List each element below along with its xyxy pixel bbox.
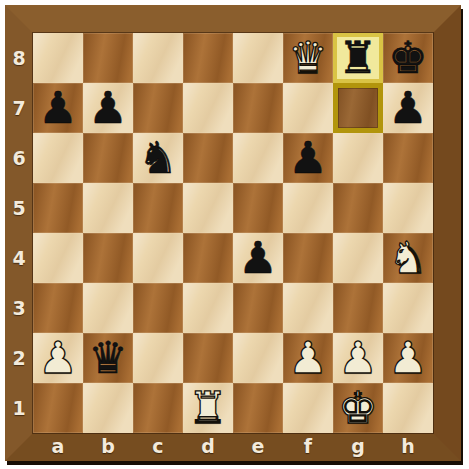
white-queen[interactable]: ♛ (288, 33, 327, 83)
square-d2[interactable] (183, 333, 233, 383)
square-d4[interactable] (183, 233, 233, 283)
square-d5[interactable] (183, 183, 233, 233)
white-knight[interactable]: ♞ (388, 233, 427, 283)
square-a2[interactable]: ♟ (33, 333, 83, 383)
square-h1[interactable] (383, 383, 433, 433)
square-e1[interactable] (233, 383, 283, 433)
black-queen[interactable]: ♛ (88, 333, 127, 383)
rank-label-5: 5 (5, 183, 33, 233)
square-a7[interactable]: ♟ (33, 83, 83, 133)
white-king[interactable]: ♚ (338, 383, 377, 433)
square-h2[interactable]: ♟ (383, 333, 433, 383)
square-e6[interactable] (233, 133, 283, 183)
square-f5[interactable] (283, 183, 333, 233)
square-h5[interactable] (383, 183, 433, 233)
square-e5[interactable] (233, 183, 283, 233)
square-g5[interactable] (333, 183, 383, 233)
square-b4[interactable] (83, 233, 133, 283)
white-pawn[interactable]: ♟ (288, 333, 327, 383)
square-b3[interactable] (83, 283, 133, 333)
square-h8[interactable]: ♚ (383, 33, 433, 83)
square-c1[interactable] (133, 383, 183, 433)
file-label-a: a (33, 433, 83, 461)
chess-board-frame: ♛♜♚♟♟♟♞♟♟♞♟♛♟♟♟♜♚ 87654321 abcdefgh (5, 5, 461, 461)
square-g6[interactable] (333, 133, 383, 183)
file-label-h: h (383, 433, 433, 461)
square-b5[interactable] (83, 183, 133, 233)
square-f1[interactable] (283, 383, 333, 433)
square-f8[interactable]: ♛ (283, 33, 333, 83)
square-g7[interactable] (333, 83, 383, 133)
square-d1[interactable]: ♜ (183, 383, 233, 433)
file-label-f: f (283, 433, 333, 461)
square-g2[interactable]: ♟ (333, 333, 383, 383)
square-e3[interactable] (233, 283, 283, 333)
square-a3[interactable] (33, 283, 83, 333)
square-c8[interactable] (133, 33, 183, 83)
file-label-d: d (183, 433, 233, 461)
square-g3[interactable] (333, 283, 383, 333)
black-pawn[interactable]: ♟ (38, 83, 77, 133)
square-d6[interactable] (183, 133, 233, 183)
square-h3[interactable] (383, 283, 433, 333)
file-label-c: c (133, 433, 183, 461)
square-c4[interactable] (133, 233, 183, 283)
square-a8[interactable] (33, 33, 83, 83)
square-g8[interactable]: ♜ (333, 33, 383, 83)
chess-board: ♛♜♚♟♟♟♞♟♟♞♟♛♟♟♟♜♚ (33, 33, 433, 433)
square-b2[interactable]: ♛ (83, 333, 133, 383)
rank-label-1: 1 (5, 383, 33, 433)
rank-label-7: 7 (5, 83, 33, 133)
square-e4[interactable]: ♟ (233, 233, 283, 283)
rank-label-3: 3 (5, 283, 33, 333)
file-label-e: e (233, 433, 283, 461)
black-knight[interactable]: ♞ (138, 133, 177, 183)
square-b7[interactable]: ♟ (83, 83, 133, 133)
square-b1[interactable] (83, 383, 133, 433)
rank-label-8: 8 (5, 33, 33, 83)
square-c6[interactable]: ♞ (133, 133, 183, 183)
rank-label-4: 4 (5, 233, 33, 283)
black-pawn[interactable]: ♟ (238, 233, 277, 283)
file-label-g: g (333, 433, 383, 461)
square-f3[interactable] (283, 283, 333, 333)
file-label-b: b (83, 433, 133, 461)
square-d7[interactable] (183, 83, 233, 133)
square-h4[interactable]: ♞ (383, 233, 433, 283)
square-e2[interactable] (233, 333, 283, 383)
square-h7[interactable]: ♟ (383, 83, 433, 133)
square-e8[interactable] (233, 33, 283, 83)
black-king[interactable]: ♚ (388, 33, 427, 83)
square-c5[interactable] (133, 183, 183, 233)
black-pawn[interactable]: ♟ (388, 83, 427, 133)
square-a5[interactable] (33, 183, 83, 233)
square-f2[interactable]: ♟ (283, 333, 333, 383)
white-pawn[interactable]: ♟ (388, 333, 427, 383)
black-pawn[interactable]: ♟ (88, 83, 127, 133)
square-a4[interactable] (33, 233, 83, 283)
square-a1[interactable] (33, 383, 83, 433)
square-f4[interactable] (283, 233, 333, 283)
square-f6[interactable]: ♟ (283, 133, 333, 183)
square-c2[interactable] (133, 333, 183, 383)
black-rook[interactable]: ♜ (338, 33, 377, 83)
square-c7[interactable] (133, 83, 183, 133)
square-a6[interactable] (33, 133, 83, 183)
square-g4[interactable] (333, 233, 383, 283)
square-d3[interactable] (183, 283, 233, 333)
white-rook[interactable]: ♜ (188, 383, 227, 433)
square-b6[interactable] (83, 133, 133, 183)
square-h6[interactable] (383, 133, 433, 183)
square-b8[interactable] (83, 33, 133, 83)
square-d8[interactable] (183, 33, 233, 83)
square-f7[interactable] (283, 83, 333, 133)
white-pawn[interactable]: ♟ (338, 333, 377, 383)
rank-label-2: 2 (5, 333, 33, 383)
square-g1[interactable]: ♚ (333, 383, 383, 433)
square-e7[interactable] (233, 83, 283, 133)
rank-label-6: 6 (5, 133, 33, 183)
white-pawn[interactable]: ♟ (38, 333, 77, 383)
square-c3[interactable] (133, 283, 183, 333)
black-pawn[interactable]: ♟ (288, 133, 327, 183)
